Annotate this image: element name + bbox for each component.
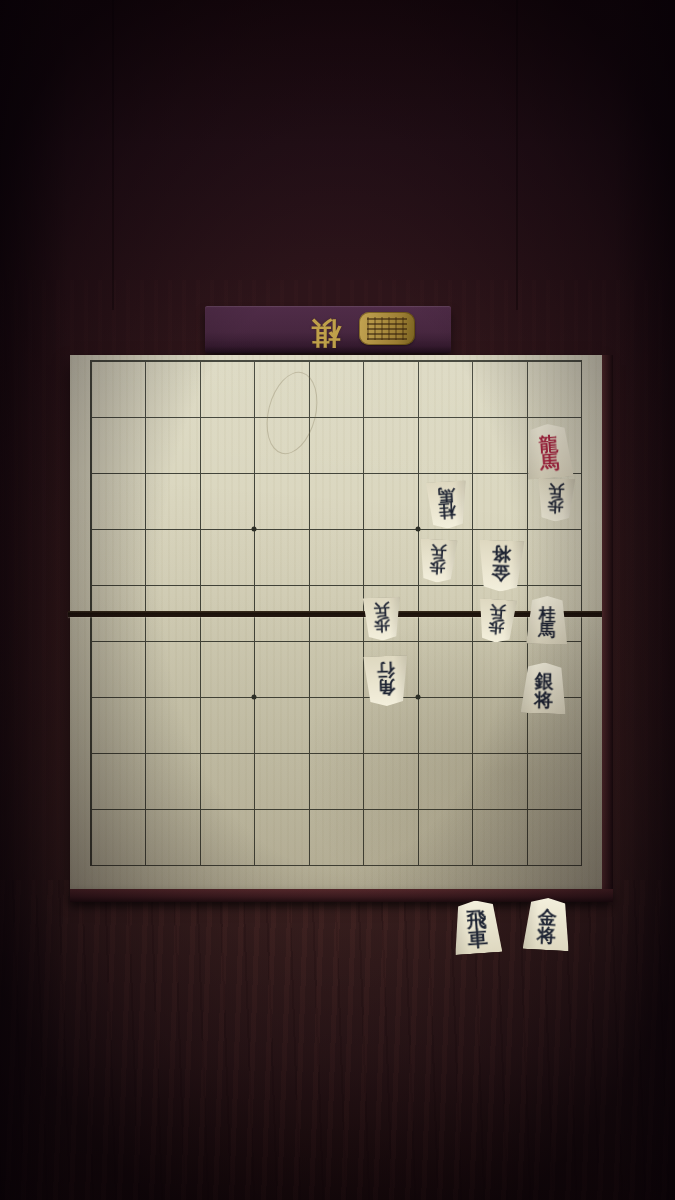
white-pawn[interactable]: 歩兵 — [537, 478, 575, 522]
board-cell[interactable] — [528, 530, 582, 586]
board-cell[interactable] — [419, 754, 473, 810]
board-cell[interactable] — [364, 698, 418, 754]
kanji-char: 将 — [492, 546, 512, 565]
black-rook-in-hand[interactable]: 飛車 — [452, 899, 503, 955]
board-cell[interactable] — [419, 418, 473, 474]
board-cell[interactable] — [473, 642, 527, 698]
kanji-char: 将 — [536, 926, 556, 945]
kanji-char: 馬 — [538, 622, 555, 638]
board-cell[interactable] — [255, 530, 309, 586]
piece-kanji: 銀将 — [534, 672, 554, 709]
board-cell[interactable] — [201, 642, 255, 698]
shadow-right-edge — [615, 0, 675, 1200]
board-cell[interactable] — [473, 810, 527, 866]
board-cell[interactable] — [146, 810, 200, 866]
board-cell[interactable] — [146, 418, 200, 474]
board-cell[interactable] — [92, 698, 146, 754]
maker-label — [359, 312, 415, 345]
board-frame-bottom — [70, 889, 613, 902]
board-cell[interactable] — [310, 642, 364, 698]
board-cell[interactable] — [473, 698, 527, 754]
wood-grain-texture-bottom — [0, 880, 675, 1200]
board-frame-right — [602, 355, 613, 889]
board-cell[interactable] — [473, 362, 527, 418]
piece-kanji: 飛車 — [466, 909, 489, 948]
board-cell[interactable] — [201, 698, 255, 754]
board-cell[interactable] — [146, 362, 200, 418]
piece-kanji: 桂馬 — [538, 606, 556, 639]
kanji-char: 金 — [491, 564, 511, 583]
shogi-board: 龍馬歩兵桂馬金将歩兵歩兵歩兵桂馬角行銀将 — [70, 355, 602, 889]
board-cell[interactable] — [364, 362, 418, 418]
board-cell[interactable] — [146, 698, 200, 754]
kanji-char: 兵 — [373, 602, 390, 618]
board-cell[interactable] — [255, 474, 309, 530]
board-cell[interactable] — [92, 754, 146, 810]
kanji-char: 角 — [377, 679, 396, 697]
piece-kanji: 金将 — [491, 546, 511, 583]
board-cell[interactable] — [473, 418, 527, 474]
board-cell[interactable] — [201, 418, 255, 474]
board-cell[interactable] — [528, 362, 582, 418]
board-cell[interactable] — [255, 642, 309, 698]
board-cell[interactable] — [92, 418, 146, 474]
board-cell[interactable] — [201, 362, 255, 418]
board-fold-hinge — [68, 611, 604, 617]
star-point — [416, 526, 421, 531]
board-cell[interactable] — [364, 418, 418, 474]
board-cell[interactable] — [146, 754, 200, 810]
board-cell[interactable] — [473, 754, 527, 810]
board-cell[interactable] — [310, 810, 364, 866]
kanji-char: 将 — [534, 690, 554, 709]
kanji-char: 馬 — [540, 452, 560, 471]
board-cell[interactable] — [255, 698, 309, 754]
kanji-char: 車 — [467, 928, 488, 948]
board-cell[interactable] — [201, 754, 255, 810]
piece-kanji: 歩兵 — [373, 602, 390, 633]
star-point — [252, 526, 257, 531]
board-cell[interactable] — [310, 474, 364, 530]
black-silver[interactable]: 銀将 — [521, 662, 568, 715]
board-cell[interactable] — [364, 530, 418, 586]
board-cell[interactable] — [255, 754, 309, 810]
shadow-left-edge — [0, 0, 68, 1200]
board-cell[interactable] — [528, 810, 582, 866]
board-cell[interactable] — [92, 474, 146, 530]
board-cell[interactable] — [146, 474, 200, 530]
piece-kanji: 金将 — [536, 908, 557, 945]
board-cell[interactable] — [419, 642, 473, 698]
star-point — [252, 695, 257, 700]
board-cell[interactable] — [92, 530, 146, 586]
board-cell[interactable] — [92, 642, 146, 698]
wood-plank-seam — [112, 0, 114, 310]
board-cell[interactable] — [310, 362, 364, 418]
board-cell[interactable] — [310, 754, 364, 810]
black-knight[interactable]: 桂馬 — [526, 596, 568, 645]
board-cell[interactable] — [473, 474, 527, 530]
star-point — [416, 695, 421, 700]
piece-kanji: 角行 — [376, 662, 395, 697]
shogi-box-edge: 将棋 — [205, 306, 451, 353]
black-gold-in-hand[interactable]: 金将 — [523, 897, 572, 951]
board-cell[interactable] — [146, 642, 200, 698]
piece-kanji: 龍馬 — [538, 434, 559, 471]
board-cell[interactable] — [146, 530, 200, 586]
white-gold[interactable]: 金将 — [478, 540, 525, 593]
board-cell[interactable] — [92, 810, 146, 866]
kanji-char: 行 — [376, 662, 395, 680]
piece-kanji: 歩兵 — [488, 604, 506, 635]
board-cell[interactable] — [255, 810, 309, 866]
board-cell[interactable] — [364, 474, 418, 530]
board-cell[interactable] — [419, 698, 473, 754]
white-pawn[interactable]: 歩兵 — [363, 597, 401, 641]
kanji-char: 兵 — [489, 604, 506, 620]
board-cell[interactable] — [419, 362, 473, 418]
board-cell[interactable] — [364, 754, 418, 810]
board-cell[interactable] — [528, 754, 582, 810]
board-cell[interactable] — [419, 810, 473, 866]
white-bishop[interactable]: 角行 — [363, 655, 409, 707]
kanji-char: 馬 — [438, 487, 456, 504]
piece-kanji: 歩兵 — [429, 544, 447, 575]
board-cell[interactable] — [201, 810, 255, 866]
board-cell[interactable] — [310, 698, 364, 754]
board-cell[interactable] — [364, 810, 418, 866]
photo-stage: 将棋 龍馬歩兵桂馬金将歩兵歩兵歩兵桂馬角行銀将 飛車金将 — [0, 0, 675, 1200]
piece-kanji: 桂馬 — [438, 487, 457, 520]
piece-kanji: 歩兵 — [548, 483, 565, 514]
kanji-char: 兵 — [548, 483, 565, 499]
board-cell[interactable] — [201, 530, 255, 586]
board-cell[interactable] — [92, 362, 146, 418]
kanji-char: 兵 — [430, 544, 447, 560]
board-cell[interactable] — [201, 474, 255, 530]
board-cell[interactable] — [310, 418, 364, 474]
board-cell[interactable] — [310, 530, 364, 586]
wood-plank-seam — [516, 0, 518, 310]
